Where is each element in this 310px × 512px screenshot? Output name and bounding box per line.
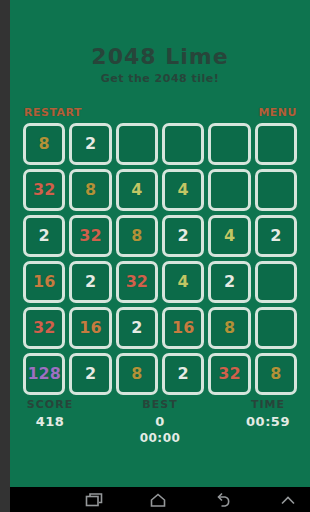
board[interactable]: 82328442328242162324232162168128282328: [23, 123, 297, 395]
best-value: 0: [110, 414, 210, 429]
menu-button[interactable]: MENU: [258, 106, 297, 119]
tile-4: 4: [131, 182, 142, 198]
best-label: BEST: [110, 398, 210, 411]
tile-16: 16: [79, 320, 101, 336]
page-subtitle: Get the 2048 tile!: [10, 72, 310, 85]
cell-r1c6: [255, 123, 297, 165]
tile-8: 8: [131, 366, 142, 382]
cell-r4c3: 32: [116, 261, 158, 303]
best-time-value: 00:00: [110, 431, 210, 445]
cell-r6c5: 32: [208, 353, 250, 395]
tile-32: 32: [218, 366, 240, 382]
tile-2: 2: [131, 320, 142, 336]
cell-r2c6: [255, 169, 297, 211]
cell-r2c2: 8: [69, 169, 111, 211]
cell-r5c6: [255, 307, 297, 349]
cell-r5c3: 2: [116, 307, 158, 349]
toolbar: RESTART MENU: [24, 106, 297, 119]
page-title: 2048 Lime: [10, 44, 310, 69]
cell-r4c5: 2: [208, 261, 250, 303]
cell-r6c1: 128: [23, 353, 65, 395]
tile-2: 2: [270, 228, 281, 244]
cell-r5c4: 16: [162, 307, 204, 349]
score-label: SCORE: [10, 398, 100, 411]
cell-r3c2: 32: [69, 215, 111, 257]
cell-r5c1: 32: [23, 307, 65, 349]
tile-32: 32: [33, 182, 55, 198]
tile-2: 2: [224, 274, 235, 290]
score-panel: SCORE 418: [10, 398, 100, 445]
app-screen: 2048 Lime Get the 2048 tile! RESTART MEN…: [10, 0, 310, 512]
recents-icon[interactable]: [85, 492, 103, 507]
tile-16: 16: [33, 274, 55, 290]
cell-r3c4: 2: [162, 215, 204, 257]
cell-r4c1: 16: [23, 261, 65, 303]
cell-r3c1: 2: [23, 215, 65, 257]
tile-32: 32: [79, 228, 101, 244]
cell-r2c5: [208, 169, 250, 211]
tile-2: 2: [178, 366, 189, 382]
score-value: 418: [10, 414, 100, 429]
scoreboard: SCORE 418 BEST 0 00:00 TIME 00:59: [10, 398, 310, 445]
tile-4: 4: [224, 228, 235, 244]
cell-r3c3: 8: [116, 215, 158, 257]
tile-2: 2: [85, 366, 96, 382]
cell-r3c6: 2: [255, 215, 297, 257]
tile-32: 32: [33, 320, 55, 336]
cell-r2c4: 4: [162, 169, 204, 211]
tile-2: 2: [178, 228, 189, 244]
time-value: 00:59: [218, 414, 310, 429]
back-icon[interactable]: [214, 492, 232, 507]
tile-8: 8: [270, 366, 281, 382]
cell-r3c5: 4: [208, 215, 250, 257]
cell-r1c3: [116, 123, 158, 165]
time-label: TIME: [218, 398, 310, 411]
tile-8: 8: [131, 228, 142, 244]
chevron-up-icon[interactable]: [279, 492, 297, 507]
cell-r6c6: 8: [255, 353, 297, 395]
tile-16: 16: [172, 320, 194, 336]
tile-8: 8: [224, 320, 235, 336]
cell-r6c4: 2: [162, 353, 204, 395]
cell-r5c2: 16: [69, 307, 111, 349]
tile-2: 2: [39, 228, 50, 244]
cell-r5c5: 8: [208, 307, 250, 349]
cell-r4c2: 2: [69, 261, 111, 303]
tile-2: 2: [85, 136, 96, 152]
cell-r4c6: [255, 261, 297, 303]
cell-r2c3: 4: [116, 169, 158, 211]
home-icon[interactable]: [149, 492, 167, 507]
tile-2: 2: [85, 274, 96, 290]
tile-32: 32: [126, 274, 148, 290]
tile-128: 128: [27, 366, 60, 382]
cell-r6c2: 2: [69, 353, 111, 395]
navigation-bar: [10, 487, 310, 512]
tile-4: 4: [178, 274, 189, 290]
tile-4: 4: [178, 182, 189, 198]
cell-r4c4: 4: [162, 261, 204, 303]
cell-r1c2: 2: [69, 123, 111, 165]
cell-r2c1: 32: [23, 169, 65, 211]
cell-r1c4: [162, 123, 204, 165]
restart-button[interactable]: RESTART: [24, 106, 82, 119]
tile-8: 8: [85, 182, 96, 198]
time-panel: TIME 00:59: [218, 398, 310, 445]
cell-r6c3: 8: [116, 353, 158, 395]
best-panel: BEST 0 00:00: [110, 398, 210, 445]
tile-8: 8: [39, 136, 50, 152]
cell-r1c5: [208, 123, 250, 165]
cell-r1c1: 8: [23, 123, 65, 165]
